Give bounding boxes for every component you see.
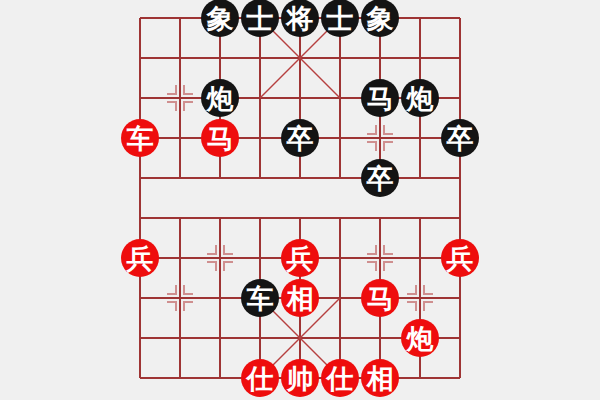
point-marker bbox=[207, 245, 216, 254]
piece-red-chariot[interactable]: 车 bbox=[121, 119, 159, 157]
point-marker bbox=[424, 302, 433, 311]
piece-red-general[interactable]: 帅 bbox=[281, 359, 319, 397]
point-marker bbox=[424, 285, 433, 294]
point-marker bbox=[184, 302, 193, 311]
xiangqi-app: 象士将士象炮马炮卒卒卒车车马兵兵兵相马炮仕帅仕相 bbox=[0, 0, 600, 400]
piece-black-cannon[interactable]: 炮 bbox=[401, 79, 439, 117]
piece-black-advisor[interactable]: 士 bbox=[241, 0, 279, 37]
piece-red-horse[interactable]: 马 bbox=[361, 279, 399, 317]
point-marker bbox=[184, 85, 193, 94]
point-marker bbox=[167, 85, 176, 94]
piece-black-soldier[interactable]: 卒 bbox=[281, 119, 319, 157]
point-marker bbox=[407, 285, 416, 294]
piece-red-advisor[interactable]: 仕 bbox=[321, 359, 359, 397]
point-marker bbox=[367, 125, 376, 134]
piece-black-horse[interactable]: 马 bbox=[361, 79, 399, 117]
piece-red-elephant[interactable]: 相 bbox=[361, 359, 399, 397]
point-marker bbox=[384, 125, 393, 134]
point-marker bbox=[384, 142, 393, 151]
point-marker bbox=[184, 285, 193, 294]
point-marker bbox=[367, 245, 376, 254]
point-marker bbox=[384, 245, 393, 254]
piece-black-general[interactable]: 将 bbox=[281, 0, 319, 37]
piece-black-elephant[interactable]: 象 bbox=[201, 0, 239, 37]
point-marker bbox=[167, 302, 176, 311]
point-marker bbox=[367, 262, 376, 271]
piece-red-soldier[interactable]: 兵 bbox=[441, 239, 479, 277]
piece-red-soldier[interactable]: 兵 bbox=[121, 239, 159, 277]
piece-red-elephant[interactable]: 相 bbox=[281, 279, 319, 317]
point-marker bbox=[167, 102, 176, 111]
piece-black-cannon[interactable]: 炮 bbox=[201, 79, 239, 117]
piece-black-soldier[interactable]: 卒 bbox=[361, 159, 399, 197]
piece-red-horse[interactable]: 马 bbox=[201, 119, 239, 157]
point-marker bbox=[207, 262, 216, 271]
point-marker bbox=[367, 142, 376, 151]
piece-black-chariot[interactable]: 车 bbox=[241, 279, 279, 317]
piece-black-advisor[interactable]: 士 bbox=[321, 0, 359, 37]
piece-red-advisor[interactable]: 仕 bbox=[241, 359, 279, 397]
piece-black-elephant[interactable]: 象 bbox=[361, 0, 399, 37]
piece-red-cannon[interactable]: 炮 bbox=[401, 319, 439, 357]
xiangqi-board[interactable] bbox=[0, 0, 600, 400]
piece-black-soldier[interactable]: 卒 bbox=[441, 119, 479, 157]
point-marker bbox=[167, 285, 176, 294]
point-marker bbox=[384, 262, 393, 271]
piece-red-soldier[interactable]: 兵 bbox=[281, 239, 319, 277]
point-marker bbox=[224, 245, 233, 254]
point-marker bbox=[407, 302, 416, 311]
point-marker bbox=[224, 262, 233, 271]
point-marker bbox=[184, 102, 193, 111]
